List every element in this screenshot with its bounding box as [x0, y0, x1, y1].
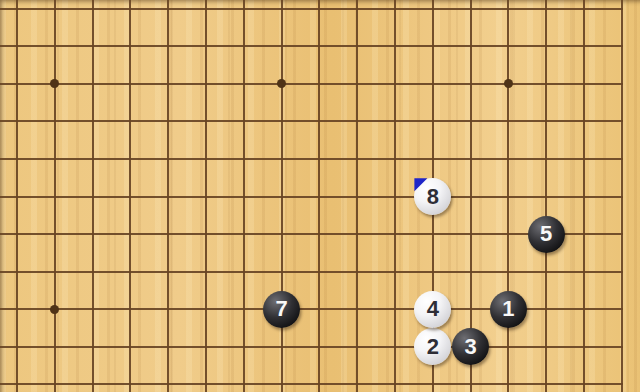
- stone-7-black[interactable]: 7: [263, 291, 300, 328]
- stone-number-label: 1: [502, 298, 514, 320]
- grid-line-horizontal: [0, 346, 623, 348]
- stone-number-label: 8: [427, 186, 439, 208]
- stone-number-label: 3: [464, 336, 476, 358]
- grid-line-horizontal: [0, 8, 623, 10]
- screenshot-stage: 1234578: [0, 0, 640, 392]
- grid-line-horizontal: [0, 45, 623, 47]
- stone-3-black[interactable]: 3: [452, 328, 489, 365]
- grid-line-horizontal: [0, 83, 623, 85]
- go-board[interactable]: 1234578: [0, 0, 640, 392]
- grid-line-horizontal: [0, 271, 623, 273]
- grid-line-horizontal: [0, 196, 623, 198]
- stone-number-label: 7: [275, 298, 287, 320]
- grid-line-horizontal: [0, 120, 623, 122]
- star-point: [50, 305, 59, 314]
- stone-5-black[interactable]: 5: [528, 216, 565, 253]
- stone-number-label: 5: [540, 223, 552, 245]
- grid-line-horizontal: [0, 383, 623, 385]
- stone-2-white[interactable]: 2: [414, 328, 451, 365]
- star-point: [50, 79, 59, 88]
- grid-line-horizontal: [0, 308, 623, 310]
- grid-line-horizontal: [0, 158, 623, 160]
- star-point: [504, 79, 513, 88]
- stone-number-label: 2: [427, 336, 439, 358]
- stone-number-label: 4: [427, 298, 439, 320]
- stone-4-white[interactable]: 4: [414, 291, 451, 328]
- star-point: [277, 79, 286, 88]
- stone-1-black[interactable]: 1: [490, 291, 527, 328]
